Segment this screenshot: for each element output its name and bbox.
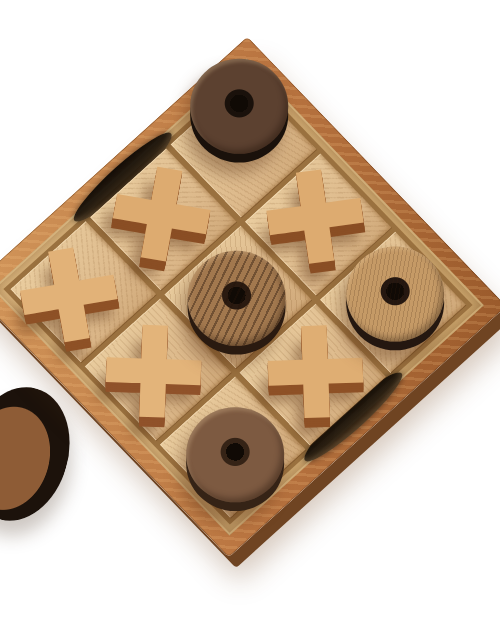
- piece-o-r2c2: [347, 247, 445, 342]
- board-grid: ✚ ✚ ✚ ✚ ✚: [3, 69, 472, 524]
- game-box-frame: ✚ ✚ ✚ ✚ ✚: [0, 37, 500, 558]
- spare-o-piece: [0, 375, 85, 533]
- o-piece-top: [190, 58, 288, 153]
- o-piece-top: [347, 247, 445, 342]
- photo-canvas: ✚ ✚ ✚ ✚ ✚: [0, 0, 500, 641]
- board-tray: ✚ ✚ ✚ ✚ ✚: [0, 58, 484, 535]
- board-wrap: ✚ ✚ ✚ ✚ ✚: [0, 37, 500, 558]
- piece-o-r0c2: [190, 58, 288, 153]
